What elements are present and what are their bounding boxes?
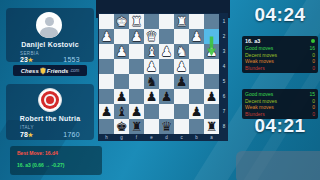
square-c4[interactable]: ♟	[174, 59, 189, 74]
piece-wP-g3[interactable]: ♟	[114, 44, 129, 59]
square-e2[interactable]: ♛	[144, 29, 159, 44]
square-c6[interactable]	[174, 89, 189, 104]
piece-bP-e6[interactable]: ♟	[144, 89, 159, 104]
white-player-name: Danijel Kostovic	[2, 41, 98, 48]
screenshot-stage: Danijel Kostovic SERBIA 23★ 1553 Chess F…	[0, 0, 320, 180]
warning-badge-icon	[46, 96, 54, 104]
piece-bQ-d8[interactable]: ♛	[159, 119, 174, 134]
piece-bR-a8[interactable]: ♜	[204, 119, 219, 134]
piece-wP-b2[interactable]: ♟	[189, 29, 204, 44]
piece-wN-c3[interactable]: ♞	[174, 44, 189, 59]
chess-board: ♚♜♜♟♟♛♟♟♝♟♞♟♟♟♞♟♟♟♟♟♟♝♟♟♚♜♛♜ 12345678 hg…	[98, 13, 228, 141]
square-g2[interactable]	[114, 29, 129, 44]
square-f3[interactable]	[129, 44, 144, 59]
black-clock: 04:21	[240, 115, 320, 137]
square-h4[interactable]	[99, 59, 114, 74]
square-c2[interactable]	[174, 29, 189, 44]
piece-bN-e5[interactable]: ♞	[144, 74, 159, 89]
piece-bR-f8[interactable]: ♜	[129, 119, 144, 134]
black-stars-value: 78	[20, 131, 28, 138]
rank-label-8: 8	[220, 119, 228, 134]
piece-wP-f2[interactable]: ♟	[129, 29, 144, 44]
piece-wR-c1[interactable]: ♜	[174, 14, 189, 29]
rank-labels: 12345678	[220, 14, 228, 134]
avatar-silhouette-icon	[45, 17, 54, 26]
shield-icon	[40, 67, 46, 75]
current-move-text: 16. a3	[245, 38, 260, 44]
rank-label-6: 6	[220, 89, 228, 104]
square-a4[interactable]	[204, 59, 219, 74]
square-a5[interactable]	[204, 74, 219, 89]
square-h2[interactable]: ♟	[99, 29, 114, 44]
square-d2[interactable]	[159, 29, 174, 44]
piece-bP-c5[interactable]: ♟	[174, 74, 189, 89]
file-label-g: g	[114, 135, 129, 141]
white-player-avatar	[36, 12, 62, 38]
white-player-card: Danijel Kostovic SERBIA 23★ 1553	[2, 8, 98, 62]
square-f7[interactable]: ♟	[129, 104, 144, 119]
square-h8[interactable]	[99, 119, 114, 134]
piece-bP-d6[interactable]: ♟	[159, 89, 174, 104]
file-labels: hgfedcba	[99, 135, 219, 141]
black-player-card: Robert the Nutria ITALY 78★ 1760	[2, 84, 98, 140]
square-g7[interactable]: ♝	[114, 104, 129, 119]
square-h5[interactable]	[99, 74, 114, 89]
played-move-eval-text: 16. a3 (0.66 → -0.27)	[17, 162, 65, 168]
piece-wQ-e2[interactable]: ♛	[144, 29, 159, 44]
board-squares: ♚♜♜♟♟♛♟♟♝♟♞♟♟♟♞♟♟♟♟♟♟♝♟♟♚♜♛♜	[99, 14, 219, 134]
square-d1[interactable]	[159, 14, 174, 29]
file-label-h: h	[99, 135, 114, 141]
piece-wP-d3[interactable]: ♟	[159, 44, 174, 59]
corner-decoration	[236, 151, 320, 180]
square-a1[interactable]	[204, 14, 219, 29]
black-player-rating: 1760	[63, 131, 80, 138]
square-c3[interactable]: ♞	[174, 44, 189, 59]
black-player-avatar	[38, 88, 62, 112]
piece-bP-g6[interactable]: ♟	[114, 89, 129, 104]
black-player-name: Robert the Nutria	[2, 115, 98, 122]
rank-label-1: 1	[220, 14, 228, 29]
square-g6[interactable]: ♟	[114, 89, 129, 104]
move-eval-footer: Best Move: 16.d4 16. a3 (0.66 → -0.27)	[10, 146, 102, 175]
square-e4[interactable]: ♟	[144, 59, 159, 74]
logo-text-com: .com	[69, 68, 79, 73]
square-e5[interactable]: ♞	[144, 74, 159, 89]
square-d8[interactable]: ♛	[159, 119, 174, 134]
square-g8[interactable]: ♚	[114, 119, 129, 134]
star-icon: ★	[28, 57, 33, 63]
rank-label-4: 4	[220, 59, 228, 74]
square-f6[interactable]	[129, 89, 144, 104]
piece-bP-h7[interactable]: ♟	[99, 104, 114, 119]
piece-wR-f1[interactable]: ♜	[129, 14, 144, 29]
file-label-e: e	[144, 135, 159, 141]
square-e6[interactable]: ♟	[144, 89, 159, 104]
square-g5[interactable]	[114, 74, 129, 89]
chessfriends-logo: Chess Friends .com	[13, 65, 87, 76]
square-b2[interactable]: ♟	[189, 29, 204, 44]
logo-text-friends: Friends	[47, 68, 69, 74]
piece-wK-g1[interactable]: ♚	[114, 14, 129, 29]
file-label-a: a	[204, 135, 219, 141]
file-label-d: d	[159, 135, 174, 141]
best-move-text: Best Move: 16.d4	[17, 150, 58, 156]
square-b1[interactable]	[189, 14, 204, 29]
square-e7[interactable]	[144, 104, 159, 119]
piece-wP-c4[interactable]: ♟	[174, 59, 189, 74]
black-stats-rows: Good moves15Decent moves0Weak moves0Blun…	[245, 91, 315, 117]
square-f8[interactable]: ♜	[129, 119, 144, 134]
square-d4[interactable]	[159, 59, 174, 74]
square-e3[interactable]: ♝	[144, 44, 159, 59]
square-h7[interactable]: ♟	[99, 104, 114, 119]
file-label-f: f	[129, 135, 144, 141]
square-a6[interactable]: ♟	[204, 89, 219, 104]
square-b5[interactable]	[189, 74, 204, 89]
stat-value: 0	[312, 65, 315, 72]
square-e1[interactable]	[144, 14, 159, 29]
rank-label-7: 7	[220, 104, 228, 119]
stat-row: Blunders0	[245, 65, 315, 72]
rank-label-2: 2	[220, 29, 228, 44]
piece-bK-g8[interactable]: ♚	[114, 119, 129, 134]
square-f1[interactable]: ♜	[129, 14, 144, 29]
square-e8[interactable]	[144, 119, 159, 134]
white-stats-rows: Good moves16Decent moves0Weak moves0Blun…	[245, 45, 315, 71]
square-f5[interactable]	[129, 74, 144, 89]
square-g3[interactable]: ♟	[114, 44, 129, 59]
white-stars-value: 23	[20, 56, 28, 63]
square-c7[interactable]	[174, 104, 189, 119]
piece-wP-e4[interactable]: ♟	[144, 59, 159, 74]
white-clock: 04:24	[240, 4, 320, 26]
square-a2[interactable]	[204, 29, 219, 44]
square-g4[interactable]	[114, 59, 129, 74]
piece-wP-h2[interactable]: ♟	[99, 29, 114, 44]
piece-bP-f7[interactable]: ♟	[129, 104, 144, 119]
square-d3[interactable]: ♟	[159, 44, 174, 59]
avatar-silhouette-icon	[40, 27, 58, 38]
square-h1[interactable]	[99, 14, 114, 29]
white-player-stars: 23★	[20, 56, 33, 63]
logo-text-chess: Chess	[21, 68, 39, 74]
square-g1[interactable]: ♚	[114, 14, 129, 29]
square-a8[interactable]: ♜	[204, 119, 219, 134]
square-b8[interactable]	[189, 119, 204, 134]
white-player-rating: 1553	[63, 56, 80, 63]
rank-label-3: 3	[220, 44, 228, 59]
square-a7[interactable]	[204, 104, 219, 119]
white-move-stats-panel: 16. a3 Good moves16Decent moves0Weak mov…	[242, 36, 318, 73]
square-f2[interactable]: ♟	[129, 29, 144, 44]
piece-wB-e3[interactable]: ♝	[144, 44, 159, 59]
square-c5[interactable]: ♟	[174, 74, 189, 89]
square-h3[interactable]	[99, 44, 114, 59]
square-f4[interactable]	[129, 59, 144, 74]
current-move-header: 16. a3	[245, 38, 315, 44]
black-player-country: ITALY	[20, 125, 34, 130]
black-player-stars: 78★	[20, 131, 33, 138]
square-a3[interactable]: ♟	[204, 44, 219, 59]
piece-bP-b7[interactable]: ♟	[189, 104, 204, 119]
rank-label-5: 5	[220, 74, 228, 89]
square-h6[interactable]	[99, 89, 114, 104]
piece-bB-g7[interactable]: ♝	[114, 104, 129, 119]
stat-label: Blunders	[245, 65, 265, 72]
star-icon: ★	[28, 132, 33, 138]
square-c8[interactable]	[174, 119, 189, 134]
move-quality-dot	[311, 39, 315, 43]
square-b7[interactable]: ♟	[189, 104, 204, 119]
square-d6[interactable]: ♟	[159, 89, 174, 104]
piece-wP-a3[interactable]: ♟	[204, 44, 219, 59]
file-label-c: c	[174, 135, 189, 141]
square-b3[interactable]	[189, 44, 204, 59]
square-d7[interactable]	[159, 104, 174, 119]
square-b6[interactable]	[189, 89, 204, 104]
square-c1[interactable]: ♜	[174, 14, 189, 29]
file-label-b: b	[189, 135, 204, 141]
square-b4[interactable]	[189, 59, 204, 74]
square-d5[interactable]	[159, 74, 174, 89]
piece-bP-a6[interactable]: ♟	[204, 89, 219, 104]
